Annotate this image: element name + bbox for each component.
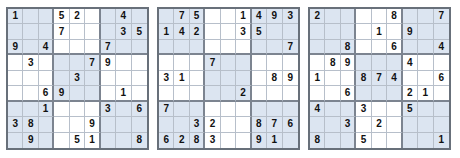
board2-cell-r5c5[interactable] (221, 71, 236, 86)
board3-cell-r4c6[interactable] (387, 55, 402, 70)
board1-cell-r1c9[interactable] (132, 9, 147, 24)
board1-cell-r8c9[interactable] (132, 117, 147, 132)
board1-cell-r2c8[interactable]: 3 (116, 24, 131, 39)
board1-cell-r9c2[interactable]: 9 (23, 133, 38, 148)
board1-cell-r3c9[interactable] (132, 40, 147, 55)
board1-cell-r4c4[interactable] (54, 55, 69, 70)
board3-cell-r9c8[interactable] (418, 133, 433, 148)
board3-cell-r9c3[interactable] (341, 133, 356, 148)
board2-cell-r2c8[interactable] (267, 24, 282, 39)
board3-cell-r5c2[interactable] (325, 71, 340, 86)
board3-cell-r3c9[interactable]: 4 (434, 40, 449, 55)
board1-cell-r5c2[interactable] (23, 71, 38, 86)
board2-cell-r4c2[interactable] (174, 55, 189, 70)
board1-cell-r1c5[interactable]: 2 (70, 9, 85, 24)
board3-cell-r3c1[interactable] (310, 40, 325, 55)
board2-cell-r8c6[interactable] (236, 117, 251, 132)
board2-cell-r3c5[interactable] (221, 40, 236, 55)
board3-cell-r6c2[interactable] (325, 86, 340, 101)
board1-cell-r2c6[interactable] (85, 24, 100, 39)
board1-cell-r8c3[interactable] (39, 117, 54, 132)
board1-cell-r2c1[interactable] (8, 24, 23, 39)
board1-cell-r4c3[interactable] (39, 55, 54, 70)
board3-cell-r2c4[interactable] (356, 24, 371, 39)
board2-cell-r7c8[interactable] (267, 102, 282, 117)
board1-cell-r6c6[interactable] (85, 86, 100, 101)
board1-cell-r6c3[interactable]: 6 (39, 86, 54, 101)
board2-cell-r6c7[interactable] (252, 86, 267, 101)
board1-cell-r1c6[interactable] (85, 9, 100, 24)
board1-cell-r5c7[interactable] (101, 71, 116, 86)
board1-cell-r4c2[interactable]: 3 (23, 55, 38, 70)
board1-cell-r6c9[interactable] (132, 86, 147, 101)
board3-cell-r1c9[interactable]: 7 (434, 9, 449, 24)
board2-cell-r7c6[interactable] (236, 102, 251, 117)
board1-cell-r7c9[interactable]: 6 (132, 102, 147, 117)
board1-cell-r4c1[interactable] (8, 55, 23, 70)
board2-cell-r4c5[interactable] (221, 55, 236, 70)
board2-cell-r6c4[interactable] (205, 86, 220, 101)
board3-cell-r1c8[interactable] (418, 9, 433, 24)
board1-cell-r1c7[interactable] (101, 9, 116, 24)
sudoku-sheet: 152473594737936911363899518 751493142357… (0, 0, 460, 157)
board1-cell-r3c7[interactable]: 7 (101, 40, 116, 55)
board2-cell-r4c1[interactable] (159, 55, 174, 70)
board3-cell-r6c1[interactable] (310, 86, 325, 101)
board2-cell-r4c8[interactable] (267, 55, 282, 70)
board2-cell-r2c2[interactable]: 4 (174, 24, 189, 39)
board1-cell-r6c8[interactable]: 1 (116, 86, 131, 101)
board3-cell-r8c4[interactable] (356, 117, 371, 132)
board1-cell-r1c2[interactable] (23, 9, 38, 24)
board2-cell-r9c8[interactable]: 1 (267, 133, 282, 148)
board3-cell-r8c5[interactable]: 2 (372, 117, 387, 132)
board3-cell-r6c7[interactable]: 2 (403, 86, 418, 101)
board3-cell-r6c5[interactable] (372, 86, 387, 101)
board3-cell-r6c6[interactable] (387, 86, 402, 101)
board3-cell-r2c9[interactable] (434, 24, 449, 39)
board1-cell-r7c7[interactable]: 3 (101, 102, 116, 117)
board2-cell-r4c7[interactable] (252, 55, 267, 70)
board1-cell-r8c2[interactable]: 8 (23, 117, 38, 132)
board3-cell-r8c2[interactable] (325, 117, 340, 132)
board2-cell-r9c5[interactable] (221, 133, 236, 148)
sudoku-board-1: 152473594737936911363899518 (6, 7, 149, 150)
board3-cell-r2c1[interactable] (310, 24, 325, 39)
board3-cell-r1c7[interactable] (403, 9, 418, 24)
board1-cell-r5c3[interactable] (39, 71, 54, 86)
board3-cell-r6c9[interactable] (434, 86, 449, 101)
board3-cell-r3c2[interactable] (325, 40, 340, 55)
board3-cell-r4c2[interactable]: 8 (325, 55, 340, 70)
board2-cell-r2c9[interactable] (283, 24, 298, 39)
board1-cell-r7c5[interactable] (70, 102, 85, 117)
board2-cell-r8c4[interactable]: 2 (205, 117, 220, 132)
board3-cell-r3c7[interactable] (403, 40, 418, 55)
board3-cell-r8c8[interactable] (418, 117, 433, 132)
board3-cell-r7c7[interactable]: 5 (403, 102, 418, 117)
board2-cell-r8c9[interactable]: 6 (283, 117, 298, 132)
board2-cell-r4c9[interactable] (283, 55, 298, 70)
board3-cell-r4c1[interactable] (310, 55, 325, 70)
board1-cell-r5c5[interactable]: 3 (70, 71, 85, 86)
board2-cell-r3c8[interactable] (267, 40, 282, 55)
board3-cell-r8c6[interactable] (387, 117, 402, 132)
board3-cell-r5c8[interactable] (418, 71, 433, 86)
board1-cell-r5c6[interactable] (85, 71, 100, 86)
board1-cell-r6c1[interactable] (8, 86, 23, 101)
board3-cell-r7c1[interactable]: 4 (310, 102, 325, 117)
board1-cell-r6c7[interactable] (101, 86, 116, 101)
board1-cell-r7c2[interactable] (23, 102, 38, 117)
board3-cell-r9c1[interactable]: 8 (310, 133, 325, 148)
board2-cell-r8c7[interactable]: 8 (252, 117, 267, 132)
board3-cell-r9c5[interactable] (372, 133, 387, 148)
board2-cell-r6c3[interactable] (190, 86, 205, 101)
board2-cell-r2c3[interactable]: 2 (190, 24, 205, 39)
board2-cell-r1c8[interactable]: 9 (267, 9, 282, 24)
board3-cell-r2c3[interactable] (341, 24, 356, 39)
board2-cell-r7c2[interactable] (174, 102, 189, 117)
board1-cell-r3c5[interactable] (70, 40, 85, 55)
board1-cell-r3c2[interactable] (23, 40, 38, 55)
board3-cell-r8c9[interactable] (434, 117, 449, 132)
board2-cell-r4c4[interactable]: 7 (205, 55, 220, 70)
board2-cell-r7c7[interactable] (252, 102, 267, 117)
board1-cell-r2c9[interactable]: 5 (132, 24, 147, 39)
board2-cell-r9c6[interactable] (236, 133, 251, 148)
board1-cell-r4c8[interactable] (116, 55, 131, 70)
board3-cell-r9c2[interactable] (325, 133, 340, 148)
sudoku-board-3: 287198648941874662143532851 (308, 7, 451, 150)
board2-cell-r3c6[interactable] (236, 40, 251, 55)
board1-cell-r2c5[interactable] (70, 24, 85, 39)
board1-cell-r9c3[interactable] (39, 133, 54, 148)
board2-cell-r3c9[interactable]: 7 (283, 40, 298, 55)
board3-cell-r4c7[interactable]: 4 (403, 55, 418, 70)
board1-cell-r2c4[interactable]: 7 (54, 24, 69, 39)
board1-cell-r7c3[interactable]: 1 (39, 102, 54, 117)
board1-cell-r9c8[interactable] (116, 133, 131, 148)
board2-cell-r2c7[interactable]: 5 (252, 24, 267, 39)
board2-cell-r5c1[interactable]: 3 (159, 71, 174, 86)
board1-cell-r2c3[interactable] (39, 24, 54, 39)
board3-cell-r4c5[interactable] (372, 55, 387, 70)
board3-cell-r3c8[interactable] (418, 40, 433, 55)
board3-cell-r8c3[interactable]: 3 (341, 117, 356, 132)
board2-cell-r6c9[interactable] (283, 86, 298, 101)
board2-cell-r9c3[interactable]: 8 (190, 133, 205, 148)
board1-cell-r8c1[interactable]: 3 (8, 117, 23, 132)
board3-cell-r7c2[interactable] (325, 102, 340, 117)
board2-cell-r1c2[interactable]: 7 (174, 9, 189, 24)
board3-cell-r5c1[interactable]: 1 (310, 71, 325, 86)
board2-cell-r7c3[interactable] (190, 102, 205, 117)
board1-cell-r7c6[interactable] (85, 102, 100, 117)
board3-cell-r9c9[interactable]: 1 (434, 133, 449, 148)
board1-cell-r6c5[interactable] (70, 86, 85, 101)
board2-cell-r5c2[interactable]: 1 (174, 71, 189, 86)
board3-cell-r1c4[interactable] (356, 9, 371, 24)
board2-cell-r5c7[interactable] (252, 71, 267, 86)
board1-cell-r9c6[interactable]: 1 (85, 133, 100, 148)
board2-cell-r8c2[interactable] (174, 117, 189, 132)
board1-cell-r7c1[interactable] (8, 102, 23, 117)
board1-cell-r4c5[interactable] (70, 55, 85, 70)
board3-cell-r1c2[interactable] (325, 9, 340, 24)
board2-cell-r8c3[interactable]: 3 (190, 117, 205, 132)
board3-cell-r2c7[interactable]: 9 (403, 24, 418, 39)
board2-cell-r7c5[interactable] (221, 102, 236, 117)
board1-cell-r9c5[interactable]: 5 (70, 133, 85, 148)
board1-cell-r8c8[interactable] (116, 117, 131, 132)
board2-cell-r6c6[interactable]: 2 (236, 86, 251, 101)
board3-cell-r2c6[interactable] (387, 24, 402, 39)
board3-cell-r5c9[interactable]: 6 (434, 71, 449, 86)
board1-cell-r8c5[interactable] (70, 117, 85, 132)
board2-cell-r1c1[interactable] (159, 9, 174, 24)
board3-cell-r2c5[interactable]: 1 (372, 24, 387, 39)
board1-cell-r1c1[interactable]: 1 (8, 9, 23, 24)
board3-cell-r4c8[interactable] (418, 55, 433, 70)
board1-cell-r5c4[interactable] (54, 71, 69, 86)
board3-cell-r6c3[interactable]: 6 (341, 86, 356, 101)
board2-cell-r5c9[interactable]: 9 (283, 71, 298, 86)
board3-cell-r8c7[interactable] (403, 117, 418, 132)
board3-cell-r9c7[interactable] (403, 133, 418, 148)
board3-cell-r6c8[interactable]: 1 (418, 86, 433, 101)
board3-cell-r7c6[interactable] (387, 102, 402, 117)
board2-cell-r3c4[interactable] (205, 40, 220, 55)
board1-cell-r6c4[interactable]: 9 (54, 86, 69, 101)
board3-cell-r7c3[interactable] (341, 102, 356, 117)
board2-cell-r7c1[interactable]: 7 (159, 102, 174, 117)
board2-cell-r3c2[interactable] (174, 40, 189, 55)
board2-cell-r1c4[interactable] (205, 9, 220, 24)
board2-cell-r5c6[interactable] (236, 71, 251, 86)
board2-cell-r9c1[interactable]: 6 (159, 133, 174, 148)
board3-cell-r2c8[interactable] (418, 24, 433, 39)
board2-cell-r5c8[interactable]: 8 (267, 71, 282, 86)
board2-cell-r6c2[interactable] (174, 86, 189, 101)
board1-cell-r4c6[interactable]: 7 (85, 55, 100, 70)
board3-cell-r4c9[interactable] (434, 55, 449, 70)
board2-cell-r6c5[interactable] (221, 86, 236, 101)
board1-cell-r5c8[interactable] (116, 71, 131, 86)
board1-cell-r2c7[interactable] (101, 24, 116, 39)
board2-cell-r5c4[interactable] (205, 71, 220, 86)
board3-cell-r1c3[interactable] (341, 9, 356, 24)
board3-cell-r5c3[interactable] (341, 71, 356, 86)
board2-cell-r2c6[interactable]: 3 (236, 24, 251, 39)
board3-cell-r4c3[interactable]: 9 (341, 55, 356, 70)
board1-cell-r1c4[interactable]: 5 (54, 9, 69, 24)
board1-cell-r9c9[interactable]: 8 (132, 133, 147, 148)
board1-cell-r9c7[interactable] (101, 133, 116, 148)
board2-cell-r5c3[interactable] (190, 71, 205, 86)
board1-cell-r7c8[interactable] (116, 102, 131, 117)
board2-cell-r1c5[interactable] (221, 9, 236, 24)
board3-cell-r9c4[interactable]: 5 (356, 133, 371, 148)
board1-cell-r4c7[interactable]: 9 (101, 55, 116, 70)
sudoku-board-2: 751493142357731892732876628391 (157, 7, 300, 150)
board2-cell-r6c1[interactable] (159, 86, 174, 101)
board2-cell-r7c4[interactable] (205, 102, 220, 117)
board1-cell-r3c4[interactable] (54, 40, 69, 55)
board2-cell-r4c6[interactable] (236, 55, 251, 70)
board2-cell-r8c8[interactable]: 7 (267, 117, 282, 132)
board3-cell-r3c6[interactable]: 6 (387, 40, 402, 55)
board2-cell-r9c7[interactable]: 9 (252, 133, 267, 148)
board2-cell-r3c7[interactable] (252, 40, 267, 55)
board3-cell-r6c4[interactable] (356, 86, 371, 101)
board1-cell-r3c3[interactable]: 4 (39, 40, 54, 55)
board1-cell-r3c6[interactable] (85, 40, 100, 55)
board2-cell-r8c1[interactable] (159, 117, 174, 132)
board3-cell-r3c5[interactable] (372, 40, 387, 55)
board1-cell-r5c9[interactable] (132, 71, 147, 86)
board2-cell-r9c2[interactable]: 2 (174, 133, 189, 148)
board1-cell-r7c4[interactable] (54, 102, 69, 117)
board1-cell-r8c4[interactable] (54, 117, 69, 132)
board1-cell-r6c2[interactable] (23, 86, 38, 101)
board3-cell-r7c9[interactable] (434, 102, 449, 117)
board3-cell-r5c5[interactable]: 7 (372, 71, 387, 86)
board2-cell-r2c4[interactable] (205, 24, 220, 39)
board2-cell-r2c5[interactable] (221, 24, 236, 39)
board3-cell-r5c4[interactable]: 8 (356, 71, 371, 86)
board1-cell-r9c4[interactable] (54, 133, 69, 148)
board3-cell-r1c1[interactable]: 2 (310, 9, 325, 24)
board3-cell-r1c6[interactable]: 8 (387, 9, 402, 24)
board3-cell-r1c5[interactable] (372, 9, 387, 24)
board2-cell-r9c9[interactable] (283, 133, 298, 148)
board3-cell-r3c3[interactable]: 8 (341, 40, 356, 55)
board1-cell-r8c7[interactable] (101, 117, 116, 132)
board3-cell-r5c6[interactable]: 4 (387, 71, 402, 86)
board1-cell-r1c3[interactable] (39, 9, 54, 24)
board1-cell-r3c1[interactable]: 9 (8, 40, 23, 55)
board2-cell-r1c6[interactable]: 1 (236, 9, 251, 24)
board3-cell-r9c6[interactable] (387, 133, 402, 148)
board1-cell-r1c8[interactable]: 4 (116, 9, 131, 24)
board2-cell-r7c9[interactable] (283, 102, 298, 117)
board2-cell-r1c7[interactable]: 4 (252, 9, 267, 24)
board2-cell-r6c8[interactable] (267, 86, 282, 101)
board1-cell-r5c1[interactable] (8, 71, 23, 86)
board2-cell-r9c4[interactable]: 3 (205, 133, 220, 148)
board3-cell-r5c7[interactable] (403, 71, 418, 86)
board2-cell-r8c5[interactable] (221, 117, 236, 132)
board2-cell-r3c3[interactable] (190, 40, 205, 55)
board1-cell-r9c1[interactable] (8, 133, 23, 148)
board1-cell-r2c2[interactable] (23, 24, 38, 39)
board2-cell-r3c1[interactable] (159, 40, 174, 55)
board3-cell-r4c4[interactable] (356, 55, 371, 70)
board2-cell-r2c1[interactable]: 1 (159, 24, 174, 39)
board1-cell-r4c9[interactable] (132, 55, 147, 70)
board2-cell-r1c9[interactable]: 3 (283, 9, 298, 24)
board1-cell-r3c8[interactable] (116, 40, 131, 55)
board3-cell-r3c4[interactable] (356, 40, 371, 55)
board3-cell-r7c5[interactable] (372, 102, 387, 117)
board3-cell-r7c4[interactable]: 3 (356, 102, 371, 117)
board3-cell-r2c2[interactable] (325, 24, 340, 39)
board3-cell-r7c8[interactable] (418, 102, 433, 117)
board3-cell-r8c1[interactable] (310, 117, 325, 132)
board1-cell-r8c6[interactable]: 9 (85, 117, 100, 132)
board2-cell-r4c3[interactable] (190, 55, 205, 70)
board2-cell-r1c3[interactable]: 5 (190, 9, 205, 24)
